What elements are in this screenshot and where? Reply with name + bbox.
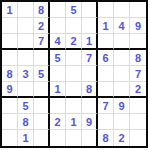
sudoku-cell-r8c1[interactable] [2, 114, 18, 130]
sudoku-cell-r8c2[interactable]: 8 [18, 114, 34, 130]
sudoku-cell-r8c3[interactable] [34, 114, 50, 130]
sudoku-cell-r6c6[interactable]: 8 [82, 82, 98, 98]
sudoku-cell-r2c9[interactable]: 9 [130, 18, 146, 34]
sudoku-cell-r8c9[interactable] [130, 114, 146, 130]
sudoku-cell-r7c5[interactable] [66, 98, 82, 114]
sudoku-cell-r5c1[interactable]: 8 [2, 66, 18, 82]
sudoku-cell-r4c7[interactable]: 6 [98, 50, 114, 66]
sudoku-cell-r2c5[interactable] [66, 18, 82, 34]
sudoku-cell-r5c4[interactable] [50, 66, 66, 82]
sudoku-cell-r5c9[interactable]: 7 [130, 66, 146, 82]
sudoku-cell-r1c6[interactable] [82, 2, 98, 18]
sudoku-cell-r1c2[interactable] [18, 2, 34, 18]
sudoku-cell-r8c4[interactable]: 2 [50, 114, 66, 130]
sudoku-cell-r1c1[interactable]: 1 [2, 2, 18, 18]
sudoku-cell-r3c8[interactable] [114, 34, 130, 50]
sudoku-cell-r4c6[interactable]: 7 [82, 50, 98, 66]
sudoku-cell-r7c6[interactable] [82, 98, 98, 114]
sudoku-cell-r3c2[interactable] [18, 34, 34, 50]
sudoku-cell-r6c7[interactable] [98, 82, 114, 98]
sudoku-cell-r4c4[interactable]: 5 [50, 50, 66, 66]
sudoku-cell-r1c3[interactable]: 8 [34, 2, 50, 18]
sudoku-cell-r3c3[interactable]: 7 [34, 34, 50, 50]
sudoku-cell-r9c1[interactable] [2, 130, 18, 146]
sudoku-cell-r6c4[interactable]: 1 [50, 82, 66, 98]
sudoku-cell-r9c6[interactable] [82, 130, 98, 146]
sudoku-cell-r4c1[interactable] [2, 50, 18, 66]
sudoku-cell-r3c5[interactable]: 2 [66, 34, 82, 50]
sudoku-cell-r4c9[interactable]: 8 [130, 50, 146, 66]
sudoku-cell-r6c9[interactable]: 2 [130, 82, 146, 98]
sudoku-cell-r2c3[interactable]: 2 [34, 18, 50, 34]
sudoku-cell-r4c3[interactable] [34, 50, 50, 66]
sudoku-cell-r4c5[interactable] [66, 50, 82, 66]
sudoku-cell-r8c8[interactable] [114, 114, 130, 130]
sudoku-cell-r8c7[interactable] [98, 114, 114, 130]
sudoku-cell-r7c8[interactable]: 9 [114, 98, 130, 114]
sudoku-cell-r2c2[interactable] [18, 18, 34, 34]
sudoku-cell-r6c1[interactable]: 9 [2, 82, 18, 98]
sudoku-cell-r3c1[interactable] [2, 34, 18, 50]
sudoku-cell-r5c8[interactable] [114, 66, 130, 82]
sudoku-cell-r1c7[interactable] [98, 2, 114, 18]
sudoku-cell-r1c8[interactable] [114, 2, 130, 18]
sudoku-cell-r3c7[interactable] [98, 34, 114, 50]
sudoku-cell-r2c7[interactable]: 1 [98, 18, 114, 34]
sudoku-cell-r3c4[interactable]: 4 [50, 34, 66, 50]
sudoku-cell-r5c3[interactable]: 5 [34, 66, 50, 82]
sudoku-cell-r2c4[interactable] [50, 18, 66, 34]
sudoku-cell-r6c5[interactable] [66, 82, 82, 98]
sudoku-cell-r6c8[interactable] [114, 82, 130, 98]
sudoku-cell-r8c5[interactable]: 1 [66, 114, 82, 130]
sudoku-cell-r6c3[interactable] [34, 82, 50, 98]
sudoku-cell-r5c2[interactable]: 3 [18, 66, 34, 82]
sudoku-cell-r5c5[interactable] [66, 66, 82, 82]
sudoku-cell-r2c8[interactable]: 4 [114, 18, 130, 34]
sudoku-cell-r6c2[interactable] [18, 82, 34, 98]
sudoku-cell-r1c9[interactable] [130, 2, 146, 18]
sudoku-cell-r1c5[interactable]: 5 [66, 2, 82, 18]
sudoku-cell-r8c6[interactable]: 9 [82, 114, 98, 130]
sudoku-cell-r9c9[interactable] [130, 130, 146, 146]
sudoku-cell-r3c9[interactable] [130, 34, 146, 50]
sudoku-cell-r7c4[interactable] [50, 98, 66, 114]
sudoku-cell-r9c2[interactable]: 1 [18, 130, 34, 146]
sudoku-cell-r5c6[interactable] [82, 66, 98, 82]
sudoku-cell-r9c8[interactable]: 2 [114, 130, 130, 146]
sudoku-cell-r7c9[interactable] [130, 98, 146, 114]
sudoku-cell-r2c1[interactable] [2, 18, 18, 34]
sudoku-cell-r7c2[interactable]: 5 [18, 98, 34, 114]
sudoku-cell-r9c5[interactable] [66, 130, 82, 146]
sudoku-board: 185214974215768835791825798219182 [0, 0, 148, 148]
sudoku-cell-r7c3[interactable] [34, 98, 50, 114]
sudoku-cell-r4c8[interactable] [114, 50, 130, 66]
sudoku-cell-r9c3[interactable] [34, 130, 50, 146]
sudoku-cell-r9c7[interactable]: 8 [98, 130, 114, 146]
sudoku-cell-r7c1[interactable] [2, 98, 18, 114]
sudoku-cell-r7c7[interactable]: 7 [98, 98, 114, 114]
sudoku-cell-r2c6[interactable] [82, 18, 98, 34]
sudoku-cell-r3c6[interactable]: 1 [82, 34, 98, 50]
sudoku-cell-r4c2[interactable] [18, 50, 34, 66]
sudoku-cell-r5c7[interactable] [98, 66, 114, 82]
sudoku-cell-r9c4[interactable] [50, 130, 66, 146]
sudoku-cell-r1c4[interactable] [50, 2, 66, 18]
